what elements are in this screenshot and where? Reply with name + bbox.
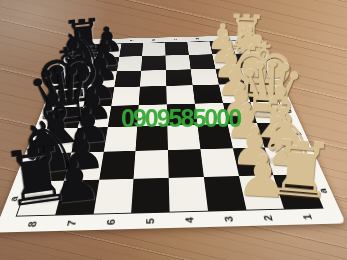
watermark-phone-number: 0909585000 <box>121 104 240 133</box>
square-e7 <box>83 87 114 106</box>
coordinate-label-1: 1 <box>285 209 330 225</box>
coordinate-label-5: 5 <box>130 213 170 229</box>
square-e5 <box>139 86 167 105</box>
square-h5 <box>142 43 165 56</box>
square-f7 <box>88 71 117 88</box>
square-a7 <box>55 180 99 215</box>
coordinate-label-6: 6 <box>90 214 131 230</box>
square-f4 <box>166 69 193 86</box>
coordinate-label-7: 7 <box>99 39 122 44</box>
coordinate-label-3: 3 <box>208 211 250 227</box>
square-f3 <box>190 69 218 86</box>
square-g5 <box>141 55 166 70</box>
square-g3 <box>189 54 215 69</box>
square-b7 <box>64 151 104 180</box>
coordinate-label-8: 8 <box>10 216 54 233</box>
square-f5 <box>140 70 166 87</box>
coordinate-label-5: 5 <box>143 37 165 42</box>
square-d7 <box>78 106 111 128</box>
square-h4 <box>165 42 189 55</box>
square-h7 <box>96 44 121 58</box>
square-a4 <box>169 177 208 212</box>
square-e6 <box>111 87 140 106</box>
square-b4 <box>168 149 204 178</box>
coordinate-label-3: 3 <box>187 36 210 41</box>
square-a6 <box>93 179 134 214</box>
coordinate-label-8: 8 <box>77 39 100 44</box>
square-g7 <box>92 57 119 72</box>
coordinate-label-2: 2 <box>247 210 290 226</box>
coordinate-label-6: 6 <box>121 38 143 43</box>
square-e4 <box>166 85 194 104</box>
square-b6 <box>99 151 136 180</box>
photo-stage: 87654321 87654321 abcdefgh abcdefgh ♜♞♝♛… <box>0 0 347 260</box>
square-g4 <box>165 55 190 70</box>
coordinate-label-1: 1 <box>230 35 253 40</box>
coordinate-label-4: 4 <box>165 37 187 42</box>
square-g6 <box>117 56 143 71</box>
square-f6 <box>114 70 141 87</box>
square-b5 <box>134 150 169 179</box>
coordinate-label-4: 4 <box>170 212 210 228</box>
square-h3 <box>187 41 212 54</box>
coordinate-label-7: 7 <box>50 215 93 232</box>
square-c7 <box>71 127 107 152</box>
square-h6 <box>119 43 143 57</box>
square-a5 <box>131 178 169 213</box>
square-e3 <box>192 85 222 104</box>
coordinate-label-2: 2 <box>208 36 231 41</box>
chess-board: 87654321 87654321 abcdefgh abcdefgh <box>0 35 346 233</box>
